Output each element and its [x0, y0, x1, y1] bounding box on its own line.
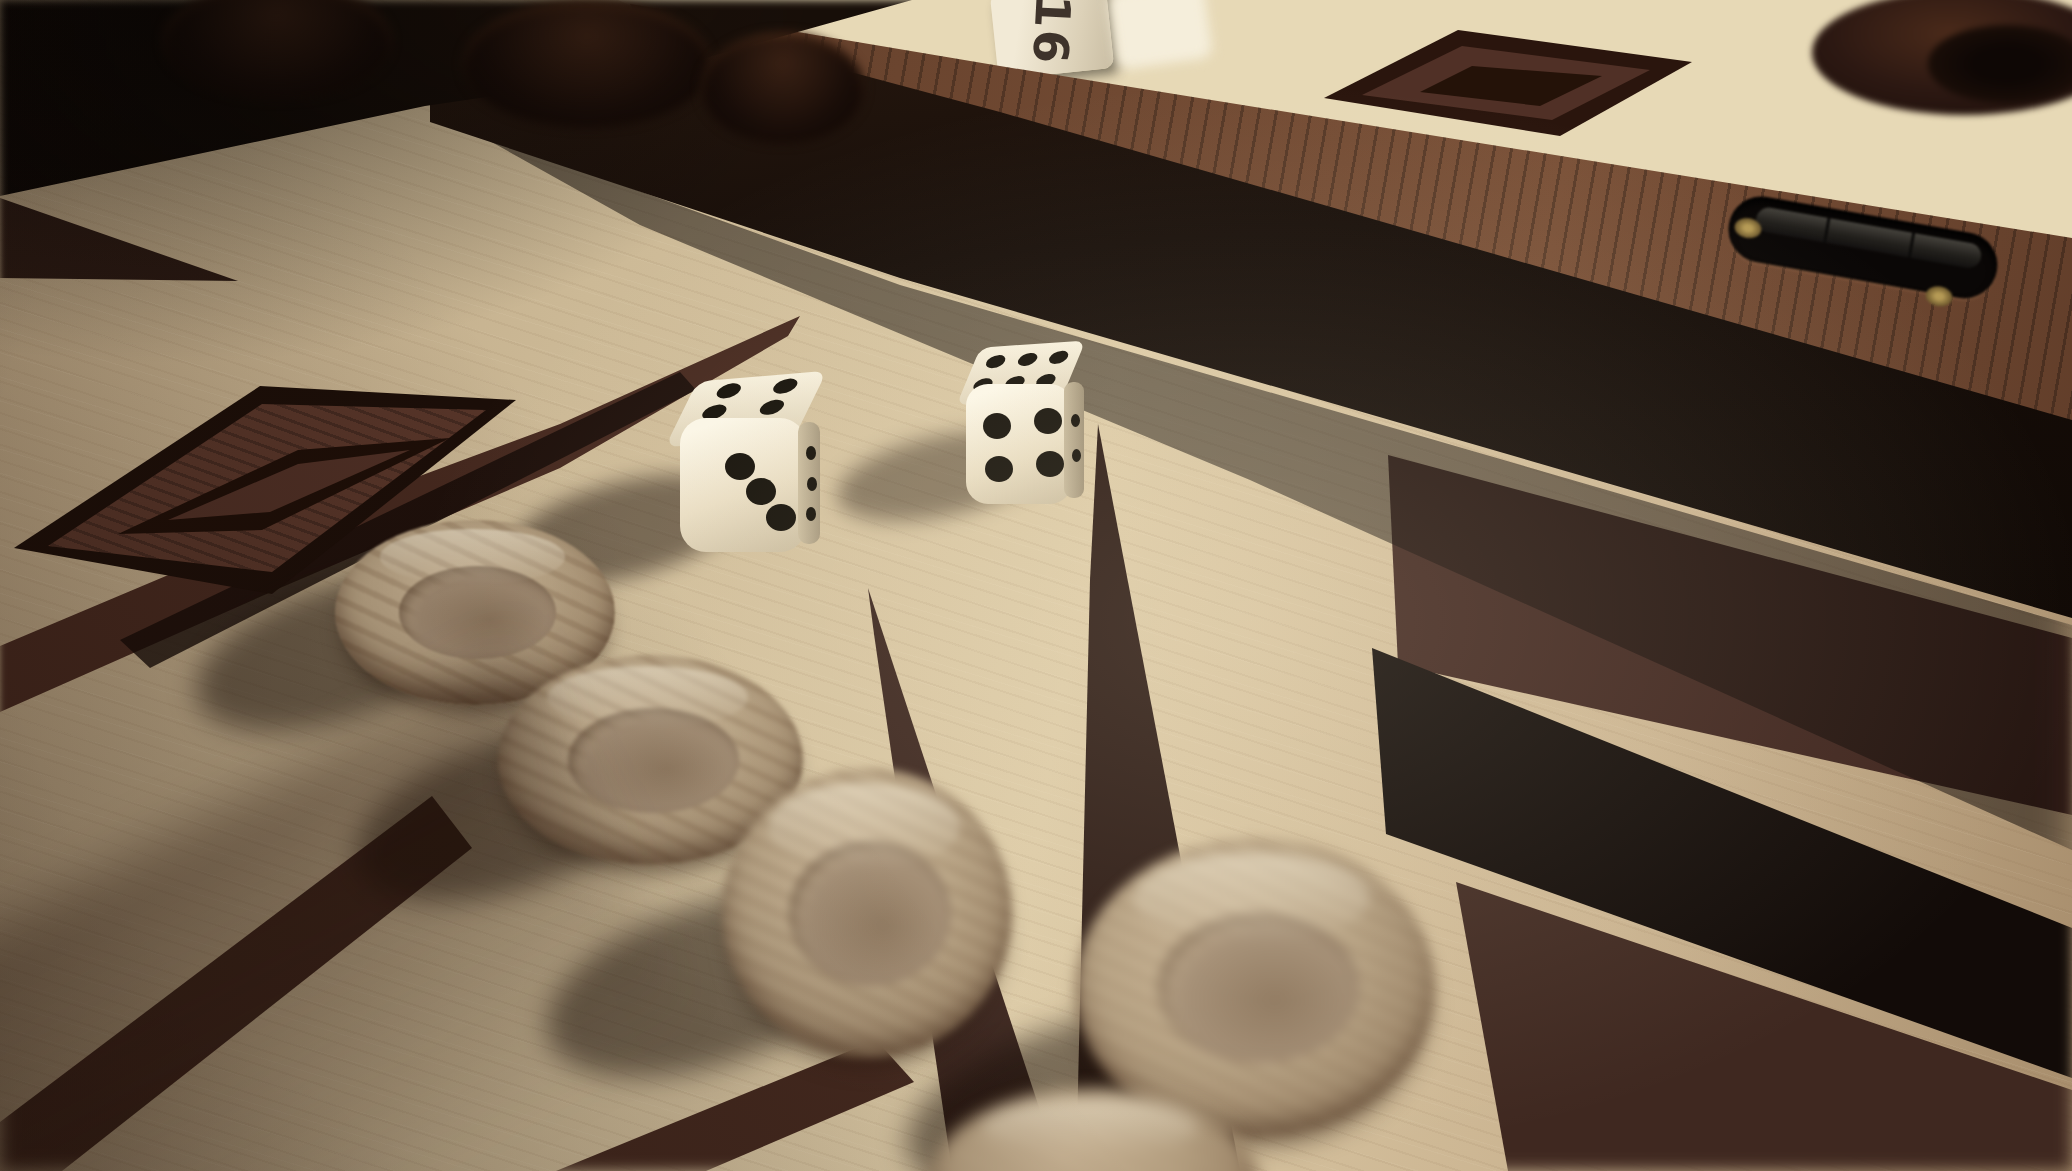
top-left-shade — [0, 0, 2072, 1171]
backgammon-photo-scene: 16 — [0, 0, 2072, 1171]
